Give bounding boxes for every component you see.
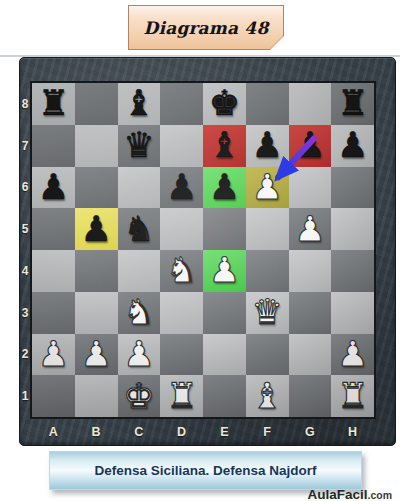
file-label-d: D xyxy=(160,419,203,445)
square-f3: ♛ xyxy=(246,292,289,334)
square-f6: ♟ xyxy=(246,167,289,209)
square-d7 xyxy=(160,125,203,167)
rank-label-4: 4 xyxy=(20,250,30,292)
square-d3 xyxy=(160,292,203,334)
square-c6 xyxy=(118,167,161,209)
square-c3: ♞ xyxy=(118,292,161,334)
square-f4 xyxy=(246,250,289,292)
piece-black-pawn-f7: ♟ xyxy=(251,128,282,163)
square-d6: ♟ xyxy=(160,167,203,209)
file-labels: ABCDEFGH xyxy=(32,419,374,445)
square-e7: ♝ xyxy=(203,125,246,167)
piece-white-pawn-b2: ♟ xyxy=(80,337,111,372)
square-d8 xyxy=(160,83,203,125)
square-f1: ♝ xyxy=(246,375,289,417)
square-g6 xyxy=(289,167,332,209)
piece-white-pawn-h2: ♟ xyxy=(337,337,368,372)
rank-label-6: 6 xyxy=(20,167,30,209)
square-g7: ♟ xyxy=(289,125,332,167)
square-a8: ♜ xyxy=(32,83,75,125)
square-e8: ♚ xyxy=(203,83,246,125)
square-e1 xyxy=(203,375,246,417)
square-c8: ♝ xyxy=(118,83,161,125)
piece-white-pawn-c2: ♟ xyxy=(123,337,154,372)
piece-black-pawn-d6: ♟ xyxy=(166,170,197,205)
square-e6: ♟ xyxy=(203,167,246,209)
square-a6: ♟ xyxy=(32,167,75,209)
watermark: AulaFacil.com xyxy=(307,485,392,501)
rank-label-8: 8 xyxy=(20,83,30,125)
square-c7: ♛ xyxy=(118,125,161,167)
square-d4: ♞ xyxy=(160,250,203,292)
piece-black-knight-c5: ♞ xyxy=(123,212,154,247)
rank-label-2: 2 xyxy=(20,334,30,376)
piece-black-pawn-h7: ♟ xyxy=(337,128,368,163)
square-b1 xyxy=(75,375,118,417)
square-b7 xyxy=(75,125,118,167)
piece-white-knight-c3: ♞ xyxy=(123,295,154,330)
square-a5 xyxy=(32,208,75,250)
square-h6 xyxy=(331,167,374,209)
rank-labels: 87654321 xyxy=(20,83,30,417)
square-b3 xyxy=(75,292,118,334)
square-c4 xyxy=(118,250,161,292)
square-d5 xyxy=(160,208,203,250)
square-g2 xyxy=(289,334,332,376)
square-a1 xyxy=(32,375,75,417)
piece-white-queen-f3: ♛ xyxy=(251,295,282,330)
file-label-b: B xyxy=(75,419,118,445)
page: Diagrama 48 87654321 ♜♝♚♜♛♝♟♟♟♟♟♟♟♟♞♟♞♟♞… xyxy=(0,0,400,501)
square-a7 xyxy=(32,125,75,167)
square-g4 xyxy=(289,250,332,292)
file-label-a: A xyxy=(32,419,75,445)
piece-black-bishop-e7: ♝ xyxy=(209,128,240,163)
square-c5: ♞ xyxy=(118,208,161,250)
watermark-tld: .com xyxy=(367,489,392,501)
square-h3 xyxy=(331,292,374,334)
piece-black-bishop-c8: ♝ xyxy=(123,86,154,121)
square-a4 xyxy=(32,250,75,292)
square-h4 xyxy=(331,250,374,292)
rank-label-3: 3 xyxy=(20,292,30,334)
square-e4: ♟ xyxy=(203,250,246,292)
file-label-e: E xyxy=(203,419,246,445)
watermark-brand: AulaFacil xyxy=(307,487,367,501)
piece-black-king-e8: ♚ xyxy=(209,86,240,121)
square-b2: ♟ xyxy=(75,334,118,376)
square-c1: ♚ xyxy=(118,375,161,417)
square-f5 xyxy=(246,208,289,250)
page-fold-corner xyxy=(269,35,283,49)
square-g5: ♟ xyxy=(289,208,332,250)
square-b6 xyxy=(75,167,118,209)
piece-white-knight-d4: ♞ xyxy=(166,253,197,288)
page-title: Diagrama 48 xyxy=(144,18,269,38)
square-g3 xyxy=(289,292,332,334)
square-h8: ♜ xyxy=(331,83,374,125)
square-f8 xyxy=(246,83,289,125)
rank-label-7: 7 xyxy=(20,125,30,167)
file-label-f: F xyxy=(246,419,289,445)
board-area: ♜♝♚♜♛♝♟♟♟♟♟♟♟♟♞♟♞♟♞♛♟♟♟♟♚♜♝♜ xyxy=(30,81,376,419)
piece-white-pawn-e4: ♟ xyxy=(209,253,240,288)
square-h5 xyxy=(331,208,374,250)
piece-black-pawn-a6: ♟ xyxy=(38,170,69,205)
square-b8 xyxy=(75,83,118,125)
square-d1: ♜ xyxy=(160,375,203,417)
piece-white-pawn-f6: ♟ xyxy=(251,170,282,205)
rank-label-5: 5 xyxy=(20,208,30,250)
title-banner: Diagrama 48 xyxy=(128,5,284,50)
square-c2: ♟ xyxy=(118,334,161,376)
piece-white-king-c1: ♚ xyxy=(123,379,154,414)
piece-white-pawn-a2: ♟ xyxy=(38,337,69,372)
square-a3 xyxy=(32,292,75,334)
square-g1 xyxy=(289,375,332,417)
square-e3 xyxy=(203,292,246,334)
square-f7: ♟ xyxy=(246,125,289,167)
square-h1: ♜ xyxy=(331,375,374,417)
file-label-h: H xyxy=(331,419,374,445)
rank-label-1: 1 xyxy=(20,375,30,417)
square-b5: ♟ xyxy=(75,208,118,250)
square-h7: ♟ xyxy=(331,125,374,167)
square-e2 xyxy=(203,334,246,376)
piece-black-rook-a8: ♜ xyxy=(38,86,69,121)
square-f2 xyxy=(246,334,289,376)
square-b4 xyxy=(75,250,118,292)
piece-white-bishop-f1: ♝ xyxy=(251,379,282,414)
piece-white-rook-d1: ♜ xyxy=(166,379,197,414)
piece-black-pawn-b5: ♟ xyxy=(80,212,111,247)
piece-black-pawn-g7: ♟ xyxy=(294,128,325,163)
square-h2: ♟ xyxy=(331,334,374,376)
square-g8 xyxy=(289,83,332,125)
caption-text: Defensa Siciliana. Defensa Najdorf xyxy=(94,463,316,478)
board-squares: ♜♝♚♜♛♝♟♟♟♟♟♟♟♟♞♟♞♟♞♛♟♟♟♟♚♜♝♜ xyxy=(32,83,374,417)
chess-board-frame: 87654321 ♜♝♚♜♛♝♟♟♟♟♟♟♟♟♞♟♞♟♞♛♟♟♟♟♚♜♝♜ AB… xyxy=(19,57,396,446)
file-label-c: C xyxy=(118,419,161,445)
piece-black-pawn-e6: ♟ xyxy=(209,170,240,205)
piece-black-rook-h8: ♜ xyxy=(337,86,368,121)
piece-white-pawn-g5: ♟ xyxy=(294,212,325,247)
square-a2: ♟ xyxy=(32,334,75,376)
piece-black-queen-c7: ♛ xyxy=(123,128,154,163)
square-e5 xyxy=(203,208,246,250)
piece-white-rook-h1: ♜ xyxy=(337,379,368,414)
file-label-g: G xyxy=(289,419,332,445)
square-d2 xyxy=(160,334,203,376)
